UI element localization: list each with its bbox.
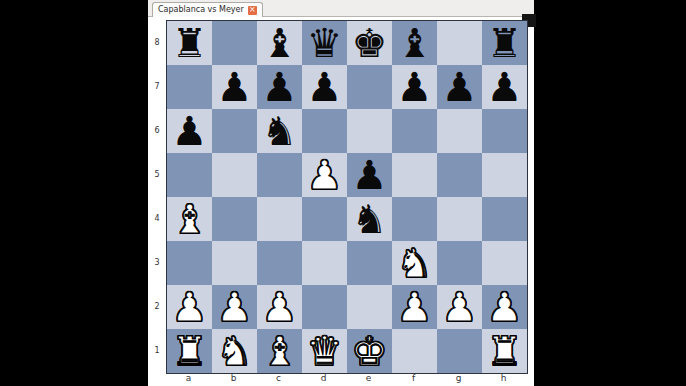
rank-label-6: 6: [148, 108, 166, 152]
square-h4[interactable]: [482, 197, 527, 241]
square-d7[interactable]: ♟: [302, 65, 347, 109]
file-labels: abcdefgh: [166, 372, 528, 386]
white-queen[interactable]: ♛: [307, 329, 343, 373]
square-h8[interactable]: ♜: [482, 21, 527, 65]
square-h5[interactable]: [482, 153, 527, 197]
file-label-d: d: [301, 372, 346, 386]
square-h2[interactable]: ♟: [482, 285, 527, 329]
rank-label-3: 3: [148, 240, 166, 284]
square-b5[interactable]: [212, 153, 257, 197]
square-b6[interactable]: [212, 109, 257, 153]
rank-label-1: 1: [148, 328, 166, 372]
white-bishop[interactable]: ♝: [262, 329, 298, 373]
rank-labels: 87654321: [148, 20, 166, 372]
square-h1[interactable]: ♜: [482, 329, 527, 373]
square-f7[interactable]: ♟: [392, 65, 437, 109]
square-f5[interactable]: [392, 153, 437, 197]
square-e3[interactable]: [347, 241, 392, 285]
rank-label-7: 7: [148, 64, 166, 108]
black-pawn[interactable]: ♟: [352, 153, 388, 197]
white-pawn[interactable]: ♟: [217, 285, 253, 329]
square-g5[interactable]: [437, 153, 482, 197]
square-c4[interactable]: [257, 197, 302, 241]
square-f8[interactable]: ♝: [392, 21, 437, 65]
black-rook[interactable]: ♜: [487, 21, 523, 65]
square-d8[interactable]: ♛: [302, 21, 347, 65]
square-d1[interactable]: ♛: [302, 329, 347, 373]
square-b2[interactable]: ♟: [212, 285, 257, 329]
tab-close-icon[interactable]: ×: [248, 6, 257, 15]
black-bishop[interactable]: ♝: [397, 21, 433, 65]
square-c5[interactable]: [257, 153, 302, 197]
square-c2[interactable]: ♟: [257, 285, 302, 329]
square-b3[interactable]: [212, 241, 257, 285]
square-f2[interactable]: ♟: [392, 285, 437, 329]
black-rook[interactable]: ♜: [172, 21, 208, 65]
square-h7[interactable]: ♟: [482, 65, 527, 109]
square-d3[interactable]: [302, 241, 347, 285]
square-c6[interactable]: ♞: [257, 109, 302, 153]
square-f3[interactable]: ♞: [392, 241, 437, 285]
black-bishop[interactable]: ♝: [262, 21, 298, 65]
square-c1[interactable]: ♝: [257, 329, 302, 373]
square-h6[interactable]: [482, 109, 527, 153]
rank-label-2: 2: [148, 284, 166, 328]
black-king[interactable]: ♚: [352, 21, 388, 65]
square-a5[interactable]: [167, 153, 212, 197]
black-pawn[interactable]: ♟: [442, 65, 478, 109]
file-label-c: c: [256, 372, 301, 386]
square-a2[interactable]: ♟: [167, 285, 212, 329]
square-f6[interactable]: [392, 109, 437, 153]
square-g6[interactable]: [437, 109, 482, 153]
square-g8[interactable]: [437, 21, 482, 65]
file-label-f: f: [391, 372, 436, 386]
black-pawn[interactable]: ♟: [262, 65, 298, 109]
square-f1[interactable]: [392, 329, 437, 373]
tab-capablanca-vs-meyer[interactable]: Capablanca vs Meyer ×: [152, 2, 263, 17]
square-b7[interactable]: ♟: [212, 65, 257, 109]
square-b4[interactable]: [212, 197, 257, 241]
tab-bar: Capablanca vs Meyer ×: [148, 0, 534, 17]
black-pawn[interactable]: ♟: [307, 65, 343, 109]
square-d4[interactable]: [302, 197, 347, 241]
square-b1[interactable]: ♞: [212, 329, 257, 373]
square-g7[interactable]: ♟: [437, 65, 482, 109]
black-pawn[interactable]: ♟: [217, 65, 253, 109]
white-pawn[interactable]: ♟: [307, 153, 343, 197]
chess-board: ♜♝♛♚♝♜♟♟♟♟♟♟♟♞♟♟♝♞♞♟♟♟♟♟♟♜♞♝♛♚♜: [166, 20, 528, 374]
square-a3[interactable]: [167, 241, 212, 285]
square-e6[interactable]: [347, 109, 392, 153]
square-d6[interactable]: [302, 109, 347, 153]
square-b8[interactable]: [212, 21, 257, 65]
letterbox-background: Capablanca vs Meyer × 87654321 ♜♝♛♚♝♜♟♟♟…: [0, 0, 686, 386]
white-pawn[interactable]: ♟: [487, 285, 523, 329]
square-e5[interactable]: ♟: [347, 153, 392, 197]
square-a7[interactable]: [167, 65, 212, 109]
square-e7[interactable]: [347, 65, 392, 109]
black-pawn[interactable]: ♟: [397, 65, 433, 109]
square-d5[interactable]: ♟: [302, 153, 347, 197]
tab-title: Capablanca vs Meyer: [158, 6, 244, 14]
square-g3[interactable]: [437, 241, 482, 285]
square-e8[interactable]: ♚: [347, 21, 392, 65]
square-c3[interactable]: [257, 241, 302, 285]
square-h3[interactable]: [482, 241, 527, 285]
white-knight[interactable]: ♞: [217, 329, 253, 373]
white-king[interactable]: ♚: [352, 329, 388, 373]
white-knight[interactable]: ♞: [397, 241, 433, 285]
black-knight[interactable]: ♞: [352, 197, 388, 241]
white-bishop[interactable]: ♝: [172, 197, 208, 241]
file-label-g: g: [436, 372, 481, 386]
black-queen[interactable]: ♛: [307, 21, 343, 65]
white-rook[interactable]: ♜: [172, 329, 208, 373]
black-pawn[interactable]: ♟: [172, 109, 208, 153]
white-pawn[interactable]: ♟: [397, 285, 433, 329]
file-label-h: h: [481, 372, 526, 386]
square-a6[interactable]: ♟: [167, 109, 212, 153]
rank-label-8: 8: [148, 20, 166, 64]
white-pawn[interactable]: ♟: [442, 285, 478, 329]
white-rook[interactable]: ♜: [487, 329, 523, 373]
file-label-a: a: [166, 372, 211, 386]
square-c7[interactable]: ♟: [257, 65, 302, 109]
square-g1[interactable]: [437, 329, 482, 373]
file-label-e: e: [346, 372, 391, 386]
square-e2[interactable]: [347, 285, 392, 329]
square-g2[interactable]: ♟: [437, 285, 482, 329]
square-g4[interactable]: [437, 197, 482, 241]
square-d2[interactable]: [302, 285, 347, 329]
white-pawn[interactable]: ♟: [172, 285, 208, 329]
rank-label-5: 5: [148, 152, 166, 196]
app-window: Capablanca vs Meyer × 87654321 ♜♝♛♚♝♜♟♟♟…: [148, 0, 534, 386]
square-c8[interactable]: ♝: [257, 21, 302, 65]
black-pawn[interactable]: ♟: [487, 65, 523, 109]
white-pawn[interactable]: ♟: [262, 285, 298, 329]
square-e1[interactable]: ♚: [347, 329, 392, 373]
square-a4[interactable]: ♝: [167, 197, 212, 241]
square-a1[interactable]: ♜: [167, 329, 212, 373]
black-knight[interactable]: ♞: [262, 109, 298, 153]
file-label-b: b: [211, 372, 256, 386]
square-a8[interactable]: ♜: [167, 21, 212, 65]
rank-label-4: 4: [148, 196, 166, 240]
square-e4[interactable]: ♞: [347, 197, 392, 241]
square-f4[interactable]: [392, 197, 437, 241]
